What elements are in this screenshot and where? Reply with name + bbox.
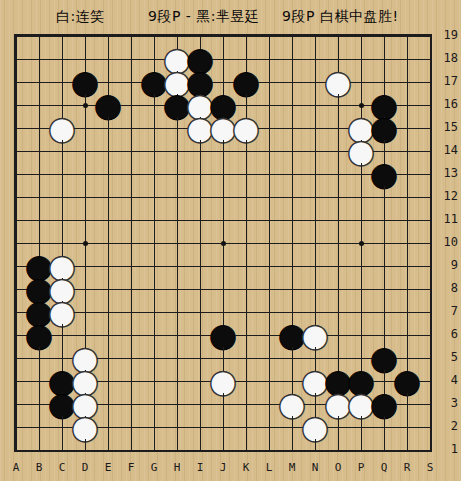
board-cell[interactable] [212, 278, 235, 301]
board-cell[interactable]: ● [212, 117, 235, 140]
board-cell[interactable] [166, 209, 189, 232]
board-cell[interactable] [373, 186, 396, 209]
board-cell[interactable] [258, 94, 281, 117]
board-cell[interactable] [327, 117, 350, 140]
board-cell[interactable] [51, 439, 74, 462]
board-cell[interactable] [327, 140, 350, 163]
board-cell[interactable]: ● [51, 393, 74, 416]
board-cell[interactable] [28, 370, 51, 393]
board-cell[interactable] [51, 416, 74, 439]
board-cell[interactable]: ● [281, 393, 304, 416]
board-cell[interactable] [120, 370, 143, 393]
board-cell[interactable] [235, 393, 258, 416]
board-cell[interactable] [28, 439, 51, 462]
board-cell[interactable] [143, 232, 166, 255]
board-cell[interactable] [396, 48, 419, 71]
board-cell[interactable] [235, 439, 258, 462]
board-cell[interactable] [143, 416, 166, 439]
board-cell[interactable] [189, 278, 212, 301]
board-cell[interactable] [212, 163, 235, 186]
board-cell[interactable] [281, 94, 304, 117]
board-cell[interactable] [5, 163, 28, 186]
board-cell[interactable]: ● [212, 370, 235, 393]
board-cell[interactable] [5, 25, 28, 48]
board-cell[interactable] [143, 25, 166, 48]
board-cell[interactable] [5, 48, 28, 71]
board-cell[interactable] [212, 140, 235, 163]
board-cell[interactable] [281, 163, 304, 186]
board-cell[interactable] [281, 255, 304, 278]
board-cell[interactable] [258, 25, 281, 48]
board-cell[interactable] [235, 278, 258, 301]
board-cell[interactable] [5, 232, 28, 255]
board-cell[interactable] [97, 232, 120, 255]
board-cell[interactable] [396, 94, 419, 117]
board-cell[interactable] [258, 140, 281, 163]
board-cell[interactable] [235, 416, 258, 439]
board-cell[interactable] [258, 71, 281, 94]
board-cell[interactable]: ● [396, 370, 419, 393]
board-cell[interactable] [258, 255, 281, 278]
board-cell[interactable] [166, 163, 189, 186]
board-cell[interactable]: ● [304, 324, 327, 347]
board-cell[interactable] [235, 232, 258, 255]
board-cell[interactable] [143, 370, 166, 393]
board-cell[interactable] [74, 186, 97, 209]
board-cell[interactable] [143, 117, 166, 140]
board-cell[interactable] [97, 209, 120, 232]
board-cell[interactable] [5, 117, 28, 140]
board-cell[interactable] [304, 163, 327, 186]
board-cell[interactable] [51, 48, 74, 71]
board-cell[interactable] [5, 255, 28, 278]
board-cell[interactable]: ● [74, 71, 97, 94]
board-cell[interactable] [396, 324, 419, 347]
board-cell[interactable] [143, 393, 166, 416]
board-cell[interactable] [304, 232, 327, 255]
grid-vline [246, 393, 247, 416]
board-cell[interactable] [212, 416, 235, 439]
board-cell[interactable] [5, 416, 28, 439]
board-cell[interactable] [258, 301, 281, 324]
board-cell[interactable]: ● [97, 94, 120, 117]
board-cell[interactable] [281, 416, 304, 439]
board-cell[interactable] [396, 209, 419, 232]
board-cell[interactable] [28, 117, 51, 140]
board-cell[interactable] [212, 255, 235, 278]
board-cell[interactable] [350, 71, 373, 94]
board-cell[interactable] [350, 324, 373, 347]
board-cell[interactable] [189, 439, 212, 462]
board-cell[interactable] [350, 416, 373, 439]
board-cell[interactable] [51, 163, 74, 186]
board-cell[interactable] [258, 186, 281, 209]
board-cell[interactable] [5, 324, 28, 347]
board-cell[interactable] [189, 347, 212, 370]
board-cell[interactable] [327, 94, 350, 117]
board-cell[interactable] [166, 255, 189, 278]
board-cell[interactable] [327, 301, 350, 324]
board-cell[interactable] [281, 347, 304, 370]
board-cell[interactable] [258, 278, 281, 301]
board-cell[interactable] [28, 347, 51, 370]
board-cell[interactable] [304, 117, 327, 140]
board-cell[interactable] [235, 25, 258, 48]
board-cell[interactable] [258, 439, 281, 462]
board-cell[interactable] [74, 117, 97, 140]
board-cell[interactable] [166, 140, 189, 163]
board-cell[interactable] [350, 163, 373, 186]
board-cell[interactable] [212, 232, 235, 255]
board-cell[interactable] [350, 209, 373, 232]
board-cell[interactable] [396, 393, 419, 416]
board-cell[interactable] [189, 232, 212, 255]
board-cell[interactable] [74, 140, 97, 163]
board-cell[interactable] [5, 301, 28, 324]
board-cell[interactable] [51, 140, 74, 163]
column-label: J [220, 461, 227, 474]
board-cell[interactable] [373, 278, 396, 301]
board-cell[interactable] [143, 301, 166, 324]
board-cell[interactable]: ● [373, 117, 396, 140]
board-cell[interactable] [28, 163, 51, 186]
board-cell[interactable] [396, 439, 419, 462]
board-cell[interactable] [143, 94, 166, 117]
board-cell[interactable] [120, 186, 143, 209]
board-cell[interactable]: ● [373, 347, 396, 370]
go-board[interactable]: ●●●●●●●●●●●●●●●●●●●●●●●●●●●●●●●●●●●●●●●●… [5, 25, 442, 462]
board-cell[interactable]: ● [373, 393, 396, 416]
board-cell[interactable]: ● [189, 117, 212, 140]
board-cell[interactable] [373, 232, 396, 255]
board-cell[interactable] [281, 48, 304, 71]
board-cell[interactable] [120, 140, 143, 163]
board-cell[interactable] [97, 347, 120, 370]
board-cell[interactable] [304, 278, 327, 301]
board-cell[interactable] [304, 48, 327, 71]
board-cell[interactable] [350, 255, 373, 278]
board-cell[interactable] [51, 186, 74, 209]
board-cell[interactable] [97, 140, 120, 163]
board-cell[interactable] [5, 209, 28, 232]
board-cell[interactable] [143, 324, 166, 347]
board-cell[interactable] [258, 324, 281, 347]
board-cell[interactable] [189, 209, 212, 232]
board-cell[interactable] [304, 209, 327, 232]
board-cell[interactable] [143, 255, 166, 278]
board-cell[interactable] [143, 347, 166, 370]
grid-vline [384, 255, 385, 278]
board-cell[interactable] [120, 439, 143, 462]
board-cell[interactable] [143, 439, 166, 462]
board-cell[interactable] [258, 416, 281, 439]
board-cell[interactable] [373, 209, 396, 232]
board-cell[interactable] [350, 232, 373, 255]
board-cell[interactable]: ● [74, 416, 97, 439]
board-cell[interactable] [304, 255, 327, 278]
board-cell[interactable] [97, 301, 120, 324]
board-cell[interactable] [28, 94, 51, 117]
board-cell[interactable] [166, 278, 189, 301]
board-cell[interactable] [258, 209, 281, 232]
board-cell[interactable] [143, 209, 166, 232]
board-cell[interactable] [281, 25, 304, 48]
board-cell[interactable] [327, 209, 350, 232]
board-cell[interactable] [5, 186, 28, 209]
board-cell[interactable] [189, 301, 212, 324]
board-cell[interactable] [51, 209, 74, 232]
board-cell[interactable]: ● [350, 393, 373, 416]
board-cell[interactable] [28, 209, 51, 232]
board-cell[interactable] [327, 163, 350, 186]
board-cell[interactable] [350, 278, 373, 301]
board-cell[interactable]: ● [327, 71, 350, 94]
board-cell[interactable] [189, 324, 212, 347]
board-cell[interactable] [304, 186, 327, 209]
board-cell[interactable] [97, 439, 120, 462]
board-cell[interactable] [74, 209, 97, 232]
board-cell[interactable] [373, 25, 396, 48]
board-cell[interactable] [97, 255, 120, 278]
board-cell[interactable] [97, 25, 120, 48]
board-cell[interactable] [97, 163, 120, 186]
board-cell[interactable] [281, 209, 304, 232]
board-cell[interactable] [258, 48, 281, 71]
board-cell[interactable] [396, 278, 419, 301]
board-cell[interactable] [120, 163, 143, 186]
board-cell[interactable] [5, 140, 28, 163]
board-cell[interactable] [5, 439, 28, 462]
board-cell[interactable] [97, 324, 120, 347]
board-cell[interactable] [212, 25, 235, 48]
board-cell[interactable] [235, 209, 258, 232]
board-cell[interactable] [51, 324, 74, 347]
board-cell[interactable] [120, 209, 143, 232]
board-cell[interactable] [189, 416, 212, 439]
board-cell[interactable] [97, 370, 120, 393]
board-cell[interactable] [97, 117, 120, 140]
board-cell[interactable] [235, 163, 258, 186]
board-cell[interactable] [327, 278, 350, 301]
board-cell[interactable] [396, 186, 419, 209]
board-cell[interactable] [281, 71, 304, 94]
board-cell[interactable] [28, 416, 51, 439]
board-cell[interactable] [166, 117, 189, 140]
board-cell[interactable] [166, 393, 189, 416]
board-cell[interactable] [350, 301, 373, 324]
board-cell[interactable]: ● [143, 71, 166, 94]
board-cell[interactable] [74, 25, 97, 48]
board-cell[interactable] [281, 232, 304, 255]
board-cell[interactable] [327, 416, 350, 439]
board-cell[interactable] [212, 48, 235, 71]
board-cell[interactable] [212, 439, 235, 462]
board-cell[interactable]: ● [281, 324, 304, 347]
board-cell[interactable] [189, 370, 212, 393]
board-cell[interactable] [28, 393, 51, 416]
board-cell[interactable] [120, 232, 143, 255]
board-cell[interactable] [350, 48, 373, 71]
board-cell[interactable] [396, 416, 419, 439]
board-cell[interactable] [120, 324, 143, 347]
board-cell[interactable] [212, 209, 235, 232]
board-cell[interactable] [120, 25, 143, 48]
board-cell[interactable] [189, 393, 212, 416]
board-cell[interactable] [235, 186, 258, 209]
board-cell[interactable] [28, 186, 51, 209]
board-cell[interactable] [396, 117, 419, 140]
board-cell[interactable] [189, 163, 212, 186]
board-cell[interactable] [281, 186, 304, 209]
board-cell[interactable] [281, 117, 304, 140]
board-cell[interactable] [5, 347, 28, 370]
board-cell[interactable] [97, 186, 120, 209]
board-cell[interactable] [212, 186, 235, 209]
board-cell[interactable]: ● [304, 416, 327, 439]
board-cell[interactable] [166, 301, 189, 324]
board-cell[interactable] [373, 439, 396, 462]
board-cell[interactable] [74, 94, 97, 117]
board-cell[interactable] [304, 439, 327, 462]
board-cell[interactable] [373, 255, 396, 278]
board-cell[interactable] [189, 255, 212, 278]
board-cell[interactable] [396, 301, 419, 324]
board-cell[interactable] [120, 347, 143, 370]
board-cell[interactable] [373, 48, 396, 71]
board-cell[interactable] [51, 71, 74, 94]
board-cell[interactable] [258, 232, 281, 255]
board-cell[interactable] [235, 370, 258, 393]
board-cell[interactable]: ● [373, 163, 396, 186]
board-cell[interactable] [258, 163, 281, 186]
board-cell[interactable]: ● [327, 393, 350, 416]
board-cell[interactable] [189, 140, 212, 163]
board-cell[interactable] [327, 324, 350, 347]
grid-vline [292, 439, 293, 451]
board-cell[interactable] [327, 255, 350, 278]
board-cell[interactable] [120, 117, 143, 140]
board-cell[interactable] [74, 232, 97, 255]
board-cell[interactable] [396, 255, 419, 278]
board-cell[interactable] [74, 255, 97, 278]
board-cell[interactable] [120, 255, 143, 278]
board-cell[interactable] [120, 416, 143, 439]
board-cell[interactable] [281, 278, 304, 301]
board-cell[interactable] [350, 439, 373, 462]
board-cell[interactable]: ● [51, 301, 74, 324]
board-cell[interactable] [51, 25, 74, 48]
board-cell[interactable] [350, 25, 373, 48]
board-cell[interactable] [304, 71, 327, 94]
board-cell[interactable] [166, 347, 189, 370]
board-cell[interactable] [74, 301, 97, 324]
board-cell[interactable] [396, 163, 419, 186]
board-cell[interactable] [396, 71, 419, 94]
board-cell[interactable]: ● [28, 324, 51, 347]
board-cell[interactable] [166, 416, 189, 439]
board-cell[interactable] [143, 163, 166, 186]
board-cell[interactable] [166, 370, 189, 393]
board-cell[interactable] [258, 347, 281, 370]
board-cell[interactable] [5, 278, 28, 301]
board-cell[interactable] [373, 416, 396, 439]
board-cell[interactable] [5, 393, 28, 416]
board-cell[interactable] [120, 71, 143, 94]
board-cell[interactable] [74, 439, 97, 462]
board-cell[interactable] [396, 140, 419, 163]
board-cell[interactable] [258, 370, 281, 393]
board-cell[interactable]: ● [304, 370, 327, 393]
board-cell[interactable] [166, 232, 189, 255]
board-cell[interactable]: ● [235, 117, 258, 140]
board-cell[interactable] [5, 71, 28, 94]
grid-vline [292, 36, 293, 48]
board-cell[interactable]: ● [212, 324, 235, 347]
board-cell[interactable] [350, 186, 373, 209]
board-cell[interactable] [28, 71, 51, 94]
board-cell[interactable] [120, 301, 143, 324]
board-cell[interactable]: ● [350, 140, 373, 163]
board-cell[interactable] [304, 94, 327, 117]
board-cell[interactable] [120, 48, 143, 71]
board-cell[interactable] [166, 324, 189, 347]
board-cell[interactable] [396, 232, 419, 255]
board-cell[interactable] [189, 186, 212, 209]
board-cell[interactable] [120, 94, 143, 117]
board-cell[interactable] [97, 48, 120, 71]
board-cell[interactable] [143, 278, 166, 301]
board-cell[interactable] [304, 25, 327, 48]
board-cell[interactable] [258, 117, 281, 140]
board-cell[interactable] [396, 25, 419, 48]
board-cell[interactable] [327, 186, 350, 209]
board-cell[interactable] [327, 439, 350, 462]
board-cell[interactable] [281, 140, 304, 163]
board-cell[interactable] [74, 278, 97, 301]
board-cell[interactable] [166, 439, 189, 462]
board-cell[interactable] [5, 94, 28, 117]
board-cell[interactable]: ● [51, 117, 74, 140]
board-cell[interactable] [143, 140, 166, 163]
board-cell[interactable] [74, 163, 97, 186]
board-cell[interactable]: ● [235, 71, 258, 94]
board-cell[interactable] [143, 186, 166, 209]
board-cell[interactable] [235, 347, 258, 370]
board-cell[interactable] [373, 301, 396, 324]
board-cell[interactable] [258, 393, 281, 416]
board-cell[interactable] [97, 278, 120, 301]
board-cell[interactable] [235, 255, 258, 278]
board-cell[interactable] [120, 393, 143, 416]
board-cell[interactable] [235, 140, 258, 163]
board-cell[interactable] [28, 48, 51, 71]
board-cell[interactable] [327, 232, 350, 255]
board-cell[interactable] [212, 393, 235, 416]
board-cell[interactable] [166, 186, 189, 209]
board-cell[interactable] [235, 301, 258, 324]
board-cell[interactable] [28, 140, 51, 163]
board-cell[interactable] [97, 393, 120, 416]
board-cell[interactable] [327, 25, 350, 48]
board-cell[interactable] [304, 140, 327, 163]
board-cell[interactable] [281, 439, 304, 462]
board-cell[interactable] [5, 370, 28, 393]
board-cell[interactable] [28, 25, 51, 48]
board-cell[interactable] [120, 278, 143, 301]
board-cell[interactable] [97, 416, 120, 439]
board-cell[interactable]: ● [166, 94, 189, 117]
board-cell[interactable] [235, 324, 258, 347]
